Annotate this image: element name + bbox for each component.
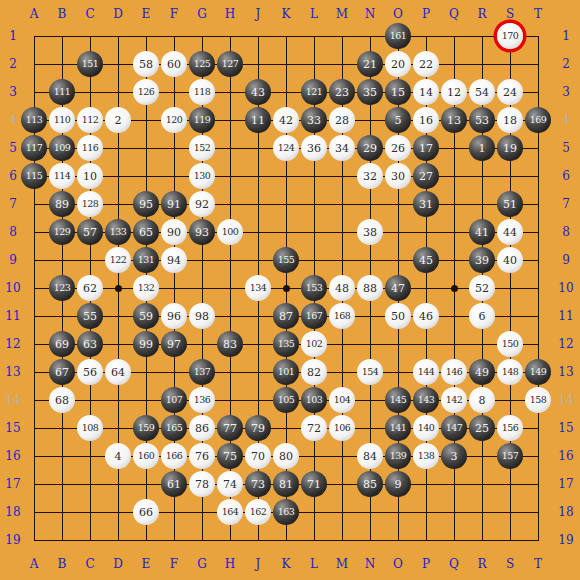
row-label-8: 8 [553, 218, 579, 246]
stone-E7[interactable]: 95 [133, 191, 159, 217]
column-labels-bottom: ABCDEFGHJKLMNOPQRST [20, 555, 552, 573]
stone-K11[interactable]: 87 [273, 303, 299, 329]
column-labels-top: ABCDEFGHJKLMNOPQRST [20, 5, 552, 23]
row-labels-right: 12345678910111213141516171819 [553, 22, 579, 554]
stone-R9[interactable]: 39 [469, 247, 495, 273]
stone-P16[interactable]: 138 [413, 443, 439, 469]
row-label-19: 19 [553, 526, 579, 554]
col-label-F: F [160, 5, 188, 23]
col-label-E: E [132, 555, 160, 573]
col-label-M: M [328, 5, 356, 23]
stone-J3[interactable]: 43 [245, 79, 271, 105]
col-label-A: A [20, 555, 48, 573]
row-label-17: 17 [553, 470, 579, 498]
row-label-13: 13 [553, 358, 579, 386]
stone-E8[interactable]: 65 [133, 219, 159, 245]
col-label-J: J [244, 5, 272, 23]
stone-B14[interactable]: 68 [49, 387, 75, 413]
stone-F14[interactable]: 107 [161, 387, 187, 413]
stone-F9[interactable]: 94 [161, 247, 187, 273]
col-label-C: C [76, 555, 104, 573]
stone-B13[interactable]: 67 [49, 359, 75, 385]
stone-C15[interactable]: 108 [77, 415, 103, 441]
stone-E10[interactable]: 132 [133, 275, 159, 301]
stone-R13[interactable]: 49 [469, 359, 495, 385]
stone-K13[interactable]: 101 [273, 359, 299, 385]
stone-N13[interactable]: 154 [357, 359, 383, 385]
stone-E11[interactable]: 59 [133, 303, 159, 329]
stone-Q15[interactable]: 147 [441, 415, 467, 441]
stone-S1[interactable]: 170 [497, 23, 523, 49]
stone-F15[interactable]: 165 [161, 415, 187, 441]
stone-H12[interactable]: 83 [217, 331, 243, 357]
row-label-16: 16 [553, 442, 579, 470]
stone-R10[interactable]: 52 [469, 275, 495, 301]
stone-Q4[interactable]: 13 [441, 107, 467, 133]
col-label-B: B [48, 555, 76, 573]
stone-R3[interactable]: 54 [469, 79, 495, 105]
col-label-R: R [468, 555, 496, 573]
stone-G2[interactable]: 125 [189, 51, 215, 77]
stone-J10[interactable]: 134 [245, 275, 271, 301]
col-label-Q: Q [440, 555, 468, 573]
stone-F8[interactable]: 90 [161, 219, 187, 245]
col-label-J: J [244, 555, 272, 573]
stone-Q16[interactable]: 3 [441, 443, 467, 469]
col-label-D: D [104, 555, 132, 573]
row-label-1: 1 [553, 22, 579, 50]
col-label-C: C [76, 5, 104, 23]
stone-C11[interactable]: 55 [77, 303, 103, 329]
row-label-4: 4 [553, 106, 579, 134]
stone-P15[interactable]: 140 [413, 415, 439, 441]
stone-R15[interactable]: 25 [469, 415, 495, 441]
stone-G16[interactable]: 76 [189, 443, 215, 469]
col-label-G: G [188, 5, 216, 23]
stone-C5[interactable]: 116 [77, 135, 103, 161]
stone-M5[interactable]: 34 [329, 135, 355, 161]
stone-G7[interactable]: 92 [189, 191, 215, 217]
col-label-N: N [356, 5, 384, 23]
col-label-Q: Q [440, 5, 468, 23]
stone-R4[interactable]: 53 [469, 107, 495, 133]
stone-E16[interactable]: 160 [133, 443, 159, 469]
stone-A5[interactable]: 117 [21, 135, 47, 161]
stone-H2[interactable]: 127 [217, 51, 243, 77]
stone-O1[interactable]: 161 [385, 23, 411, 49]
stone-O14[interactable]: 145 [385, 387, 411, 413]
stone-G4[interactable]: 119 [189, 107, 215, 133]
stone-L5[interactable]: 36 [301, 135, 327, 161]
stone-E12[interactable]: 99 [133, 331, 159, 357]
row-label-9: 9 [553, 246, 579, 274]
stone-L13[interactable]: 82 [301, 359, 327, 385]
col-label-P: P [412, 5, 440, 23]
stone-N2[interactable]: 21 [357, 51, 383, 77]
stone-S7[interactable]: 51 [497, 191, 523, 217]
col-label-H: H [216, 5, 244, 23]
stone-T13[interactable]: 149 [525, 359, 551, 385]
stone-H18[interactable]: 164 [217, 499, 243, 525]
col-label-O: O [384, 555, 412, 573]
stone-C7[interactable]: 128 [77, 191, 103, 217]
row-label-18: 18 [553, 498, 579, 526]
stones-layer: 1611701515860125127212022111126118431212… [20, 22, 552, 554]
stone-G3[interactable]: 118 [189, 79, 215, 105]
stone-J17[interactable]: 73 [245, 471, 271, 497]
stone-D4[interactable]: 2 [105, 107, 131, 133]
stone-L10[interactable]: 153 [301, 275, 327, 301]
col-label-T: T [524, 5, 552, 23]
row-label-6: 6 [553, 162, 579, 190]
stone-G11[interactable]: 98 [189, 303, 215, 329]
stone-B6[interactable]: 114 [49, 163, 75, 189]
col-label-K: K [272, 555, 300, 573]
stone-C4[interactable]: 112 [77, 107, 103, 133]
stone-F17[interactable]: 61 [161, 471, 187, 497]
stone-M3[interactable]: 23 [329, 79, 355, 105]
stone-J4[interactable]: 11 [245, 107, 271, 133]
stone-L4[interactable]: 33 [301, 107, 327, 133]
stone-L12[interactable]: 102 [301, 331, 327, 357]
stone-S16[interactable]: 157 [497, 443, 523, 469]
stone-N17[interactable]: 85 [357, 471, 383, 497]
stone-H16[interactable]: 75 [217, 443, 243, 469]
stone-Q14[interactable]: 142 [441, 387, 467, 413]
stone-G8[interactable]: 93 [189, 219, 215, 245]
row-label-10: 10 [553, 274, 579, 302]
stone-M4[interactable]: 28 [329, 107, 355, 133]
stone-F7[interactable]: 91 [161, 191, 187, 217]
stone-P4[interactable]: 16 [413, 107, 439, 133]
row-label-14: 14 [553, 386, 579, 414]
stone-P6[interactable]: 27 [413, 163, 439, 189]
stone-E3[interactable]: 126 [133, 79, 159, 105]
stone-G5[interactable]: 152 [189, 135, 215, 161]
stone-R11[interactable]: 6 [469, 303, 495, 329]
stone-O3[interactable]: 15 [385, 79, 411, 105]
stone-B5[interactable]: 109 [49, 135, 75, 161]
stone-O15[interactable]: 141 [385, 415, 411, 441]
stone-P2[interactable]: 22 [413, 51, 439, 77]
stone-S9[interactable]: 40 [497, 247, 523, 273]
stone-S8[interactable]: 44 [497, 219, 523, 245]
stone-O5[interactable]: 26 [385, 135, 411, 161]
stone-S5[interactable]: 19 [497, 135, 523, 161]
stone-P13[interactable]: 144 [413, 359, 439, 385]
stone-D16[interactable]: 4 [105, 443, 131, 469]
stone-G6[interactable]: 130 [189, 163, 215, 189]
stone-M15[interactable]: 106 [329, 415, 355, 441]
stone-K18[interactable]: 163 [273, 499, 299, 525]
stone-M10[interactable]: 48 [329, 275, 355, 301]
stone-N16[interactable]: 84 [357, 443, 383, 469]
stone-C10[interactable]: 62 [77, 275, 103, 301]
stone-P14[interactable]: 143 [413, 387, 439, 413]
stone-L3[interactable]: 121 [301, 79, 327, 105]
col-label-G: G [188, 555, 216, 573]
stone-O2[interactable]: 20 [385, 51, 411, 77]
col-label-H: H [216, 555, 244, 573]
stone-Q13[interactable]: 146 [441, 359, 467, 385]
col-label-M: M [328, 555, 356, 573]
stone-C6[interactable]: 10 [77, 163, 103, 189]
stone-O10[interactable]: 47 [385, 275, 411, 301]
col-label-E: E [132, 5, 160, 23]
stone-L11[interactable]: 167 [301, 303, 327, 329]
col-label-T: T [524, 555, 552, 573]
stone-Q3[interactable]: 12 [441, 79, 467, 105]
stone-P9[interactable]: 45 [413, 247, 439, 273]
stone-T14[interactable]: 158 [525, 387, 551, 413]
stone-L17[interactable]: 71 [301, 471, 327, 497]
col-label-L: L [300, 5, 328, 23]
col-label-F: F [160, 555, 188, 573]
go-game-viewer: { "game": "go", "board_size": 19, "color… [0, 0, 580, 580]
stone-P7[interactable]: 31 [413, 191, 439, 217]
stone-O6[interactable]: 30 [385, 163, 411, 189]
stone-N3[interactable]: 35 [357, 79, 383, 105]
go-board: ABCDEFGHJKLMNOPQRST ABCDEFGHJKLMNOPQRST … [0, 0, 580, 580]
stone-C8[interactable]: 57 [77, 219, 103, 245]
col-label-N: N [356, 555, 384, 573]
stone-J15[interactable]: 79 [245, 415, 271, 441]
col-label-K: K [272, 5, 300, 23]
stone-G17[interactable]: 78 [189, 471, 215, 497]
stone-M11[interactable]: 168 [329, 303, 355, 329]
stone-S4[interactable]: 18 [497, 107, 523, 133]
stone-F4[interactable]: 120 [161, 107, 187, 133]
stone-O4[interactable]: 5 [385, 107, 411, 133]
stone-T4[interactable]: 169 [525, 107, 551, 133]
stone-K4[interactable]: 42 [273, 107, 299, 133]
stone-F11[interactable]: 96 [161, 303, 187, 329]
stone-P3[interactable]: 14 [413, 79, 439, 105]
stone-D9[interactable]: 122 [105, 247, 131, 273]
stone-P11[interactable]: 46 [413, 303, 439, 329]
stone-B8[interactable]: 129 [49, 219, 75, 245]
stone-L15[interactable]: 72 [301, 415, 327, 441]
stone-E2[interactable]: 58 [133, 51, 159, 77]
stone-S3[interactable]: 24 [497, 79, 523, 105]
col-label-S: S [496, 5, 524, 23]
row-label-15: 15 [553, 414, 579, 442]
col-label-O: O [384, 5, 412, 23]
stone-B12[interactable]: 69 [49, 331, 75, 357]
row-label-2: 2 [553, 50, 579, 78]
stone-G15[interactable]: 86 [189, 415, 215, 441]
stone-D13[interactable]: 64 [105, 359, 131, 385]
col-label-L: L [300, 555, 328, 573]
stone-F2[interactable]: 60 [161, 51, 187, 77]
stone-K16[interactable]: 80 [273, 443, 299, 469]
stone-R14[interactable]: 8 [469, 387, 495, 413]
stone-B7[interactable]: 89 [49, 191, 75, 217]
stone-P5[interactable]: 17 [413, 135, 439, 161]
stone-G13[interactable]: 137 [189, 359, 215, 385]
stone-H8[interactable]: 100 [217, 219, 243, 245]
row-label-3: 3 [553, 78, 579, 106]
stone-N8[interactable]: 38 [357, 219, 383, 245]
col-label-D: D [104, 5, 132, 23]
stone-R8[interactable]: 41 [469, 219, 495, 245]
row-label-5: 5 [553, 134, 579, 162]
stone-K14[interactable]: 105 [273, 387, 299, 413]
stone-S13[interactable]: 148 [497, 359, 523, 385]
row-label-11: 11 [553, 302, 579, 330]
col-label-A: A [20, 5, 48, 23]
stone-B4[interactable]: 110 [49, 107, 75, 133]
stone-N5[interactable]: 29 [357, 135, 383, 161]
stone-N10[interactable]: 88 [357, 275, 383, 301]
col-label-B: B [48, 5, 76, 23]
stone-C12[interactable]: 63 [77, 331, 103, 357]
stone-J16[interactable]: 70 [245, 443, 271, 469]
stone-M14[interactable]: 104 [329, 387, 355, 413]
stone-O11[interactable]: 50 [385, 303, 411, 329]
stone-E9[interactable]: 131 [133, 247, 159, 273]
stone-K5[interactable]: 124 [273, 135, 299, 161]
stone-K17[interactable]: 81 [273, 471, 299, 497]
stone-N6[interactable]: 32 [357, 163, 383, 189]
stone-C2[interactable]: 151 [77, 51, 103, 77]
stone-R5[interactable]: 1 [469, 135, 495, 161]
stone-A6[interactable]: 115 [21, 163, 47, 189]
stone-C13[interactable]: 56 [77, 359, 103, 385]
stone-S15[interactable]: 156 [497, 415, 523, 441]
stone-L14[interactable]: 103 [301, 387, 327, 413]
col-label-R: R [468, 5, 496, 23]
col-label-P: P [412, 555, 440, 573]
stone-H15[interactable]: 77 [217, 415, 243, 441]
stone-O17[interactable]: 9 [385, 471, 411, 497]
stone-B3[interactable]: 111 [49, 79, 75, 105]
stone-S12[interactable]: 150 [497, 331, 523, 357]
stone-B10[interactable]: 123 [49, 275, 75, 301]
stone-F12[interactable]: 97 [161, 331, 187, 357]
row-label-7: 7 [553, 190, 579, 218]
stone-H17[interactable]: 74 [217, 471, 243, 497]
stone-E18[interactable]: 66 [133, 499, 159, 525]
stone-F16[interactable]: 166 [161, 443, 187, 469]
stone-O16[interactable]: 139 [385, 443, 411, 469]
stone-G14[interactable]: 136 [189, 387, 215, 413]
stone-D8[interactable]: 133 [105, 219, 131, 245]
stone-K9[interactable]: 155 [273, 247, 299, 273]
col-label-S: S [496, 555, 524, 573]
stone-K12[interactable]: 135 [273, 331, 299, 357]
stone-E15[interactable]: 159 [133, 415, 159, 441]
stone-J18[interactable]: 162 [245, 499, 271, 525]
row-label-12: 12 [553, 330, 579, 358]
stone-A4[interactable]: 113 [21, 107, 47, 133]
